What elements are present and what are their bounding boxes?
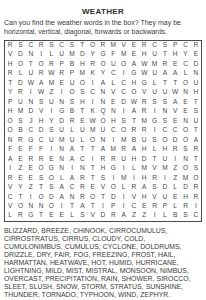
grid-cell: C (129, 202, 139, 211)
grid-cell: D (118, 97, 128, 106)
grid-cell: Z (15, 164, 25, 173)
grid-cell: T (36, 183, 46, 192)
grid-cell: I (88, 97, 98, 106)
grid-cell: N (67, 192, 77, 201)
grid-cell: U (46, 135, 56, 144)
grid-cell: C (180, 41, 190, 50)
grid-cell: I (170, 154, 180, 163)
grid-cell: W (88, 116, 98, 125)
grid-cell: H (139, 50, 149, 59)
grid-cell: U (46, 97, 56, 106)
grid-cell: R (191, 192, 201, 201)
grid-cell: Y (46, 116, 56, 125)
grid-cell: H (77, 97, 87, 106)
grid-cell: O (108, 183, 118, 192)
grid-cell: I (67, 164, 77, 173)
grid-cell: I (46, 107, 56, 116)
grid-cell: E (170, 59, 180, 68)
grid-cell: C (26, 126, 36, 135)
grid-cell: U (149, 50, 159, 59)
grid-cell: R (67, 116, 77, 125)
puzzle-page: WEATHER Can you find the weather words i… (0, 0, 206, 300)
grid-cell: D (180, 183, 190, 192)
grid-cell: T (88, 164, 98, 173)
grid-cell: B (67, 59, 77, 68)
grid-cell: P (160, 202, 170, 211)
grid-cell: O (129, 88, 139, 97)
grid-cell: M (118, 135, 128, 144)
grid-cell: I (36, 50, 46, 59)
grid-cell: R (77, 173, 87, 182)
grid-cell: O (5, 116, 15, 125)
grid-cell: V (108, 88, 118, 97)
grid-cell: D (108, 192, 118, 201)
grid-cell: H (139, 192, 149, 201)
grid-cell: M (77, 69, 87, 78)
grid-cell: S (180, 211, 190, 220)
grid-cell: R (118, 145, 128, 154)
grid-cell: O (118, 126, 128, 135)
grid-cell: V (118, 41, 128, 50)
grid-cell: O (77, 78, 87, 87)
grid-cell: Z (46, 88, 56, 97)
grid-cell: O (118, 59, 128, 68)
grid-cell: R (108, 211, 118, 220)
grid-cell: O (98, 59, 108, 68)
grid-cell: V (170, 107, 180, 116)
grid-cell: G (149, 116, 159, 125)
grid-cell: V (149, 192, 159, 201)
grid-cell: W (26, 78, 36, 87)
grid-cell: I (57, 88, 67, 97)
grid-cell: H (129, 154, 139, 163)
grid-cell: H (5, 59, 15, 68)
grid-cell: G (108, 164, 118, 173)
grid-cell: I (149, 107, 159, 116)
grid-cell: Z (170, 173, 180, 182)
grid-cell: U (98, 126, 108, 135)
grid-cell: G (46, 164, 56, 173)
grid-cell: L (5, 211, 15, 220)
grid-cell: N (36, 202, 46, 211)
grid-cell: T (88, 173, 98, 182)
grid-cell: N (26, 50, 36, 59)
grid-cell: D (98, 211, 108, 220)
grid-cell: N (191, 69, 201, 78)
grid-cell: D (15, 50, 25, 59)
grid-cell: V (88, 211, 98, 220)
grid-cell: S (46, 183, 56, 192)
grid-cell: O (15, 59, 25, 68)
grid-cell: R (77, 192, 87, 201)
grid-cell: T (36, 211, 46, 220)
grid-cell: M (108, 145, 118, 154)
grid-cell: M (149, 59, 159, 68)
grid-cell: D (15, 78, 25, 87)
grid-cell: U (160, 88, 170, 97)
grid-cell: Z (170, 164, 180, 173)
grid-cell: H (191, 88, 201, 97)
grid-cell: A (170, 97, 180, 106)
grid-cell: U (191, 78, 201, 87)
grid-cell: I (118, 107, 128, 116)
grid-cell: N (108, 107, 118, 116)
grid-cell: T (77, 107, 87, 116)
grid-cell: H (108, 116, 118, 125)
grid-cell: J (26, 116, 36, 125)
grid-cell: B (170, 211, 180, 220)
grid-cell: M (180, 173, 190, 182)
grid-cell: I (26, 192, 36, 201)
word-list: BLIZZARD, BREEZE, CHINOOK, CIRROCUMULUS,… (4, 227, 204, 299)
grid-cell: Z (139, 211, 149, 220)
grid-cell: H (5, 107, 15, 116)
grid-cell: E (57, 211, 67, 220)
grid-cell: R (191, 183, 201, 192)
grid-cell: O (36, 59, 46, 68)
grid-cell: N (57, 97, 67, 106)
grid-cell: C (160, 126, 170, 135)
grid-cell: C (108, 126, 118, 135)
grid-cell: D (191, 59, 201, 68)
grid-cell: M (118, 173, 128, 182)
grid-cell: T (26, 59, 36, 68)
grid-cell: L (180, 69, 190, 78)
grid-cell: C (36, 135, 46, 144)
grid-cell: T (191, 126, 201, 135)
grid-cell: O (191, 173, 201, 182)
grid-cell: R (88, 59, 98, 68)
grid-cell: P (57, 59, 67, 68)
grid-cell: V (5, 50, 15, 59)
grid-cell: R (160, 59, 170, 68)
grid-cell: S (36, 173, 46, 182)
grid-cell: C (180, 59, 190, 68)
grid-cell: C (191, 211, 201, 220)
grid-cell: N (77, 164, 87, 173)
grid-cell: U (15, 97, 25, 106)
grid-cell: A (191, 135, 201, 144)
grid-cell: R (77, 183, 87, 192)
grid-cell: R (191, 145, 201, 154)
grid-cell: M (46, 78, 56, 87)
grid-cell: S (149, 97, 159, 106)
grid-cell: O (46, 173, 56, 182)
grid-cell: T (160, 50, 170, 59)
grid-cell: P (108, 202, 118, 211)
grid-cell: A (129, 59, 139, 68)
grid-cell: V (36, 107, 46, 116)
grid-cell: F (108, 50, 118, 59)
grid-cell: I (118, 69, 128, 78)
grid-cell: A (67, 145, 77, 154)
grid-cell: H (77, 59, 87, 68)
grid-cell: Y (88, 50, 98, 59)
grid-cell: R (98, 154, 108, 163)
grid-cell: U (67, 135, 77, 144)
grid-cell: D (139, 154, 149, 163)
grid-cell: D (57, 116, 67, 125)
grid-cell: T (129, 116, 139, 125)
grid-cell: D (26, 107, 36, 116)
grid-cell: R (149, 202, 159, 211)
grid-cell: E (15, 145, 25, 154)
grid-cell: N (98, 97, 108, 106)
grid-cell: R (36, 154, 46, 163)
grid-cell: C (108, 69, 118, 78)
grid-cell: S (118, 116, 128, 125)
grid-cell: L (67, 126, 77, 135)
grid-cell: V (5, 202, 15, 211)
grid-cell: Z (129, 211, 139, 220)
grid-cell: C (57, 41, 67, 50)
grid-cell: N (98, 135, 108, 144)
grid-cell: M (67, 50, 77, 59)
grid-cell: S (15, 41, 25, 50)
grid-cell: F (36, 145, 46, 154)
grid-cell: C (5, 192, 15, 201)
grid-cell: T (88, 202, 98, 211)
grid-cell: S (191, 164, 201, 173)
grid-cell: F (5, 145, 15, 154)
grid-cell: W (36, 88, 46, 97)
grid-cell: A (160, 69, 170, 78)
grid-cell: U (118, 154, 128, 163)
grid-cell: L (129, 164, 139, 173)
grid-cell: Q (98, 107, 108, 116)
grid-cell: R (36, 41, 46, 50)
grid-cell: I (149, 211, 159, 220)
grid-cell: I (191, 202, 201, 211)
grid-cell: T (77, 145, 87, 154)
grid-cell: N (26, 97, 36, 106)
grid-cell: L (170, 202, 180, 211)
grid-cell: C (88, 88, 98, 97)
grid-cell: S (98, 173, 108, 182)
grid-cell: I (108, 135, 118, 144)
grid-cell: L (170, 183, 180, 192)
grid-cell: O (180, 135, 190, 144)
grid-cell: T (170, 78, 180, 87)
grid-cell: U (160, 154, 170, 163)
grid-cell: N (57, 145, 67, 154)
puzzle-instructions: Can you find the weather words in the bo… (4, 19, 204, 37)
grid-cell: Z (26, 183, 36, 192)
grid-cell: C (118, 88, 128, 97)
grid-cell: B (15, 126, 25, 135)
grid-cell: G (26, 135, 36, 144)
grid-cell: U (67, 78, 77, 87)
grid-cell: L (67, 211, 77, 220)
grid-cell: S (149, 183, 159, 192)
grid-cell: S (160, 97, 170, 106)
grid-cell: S (36, 97, 46, 106)
grid-cell: T (77, 41, 87, 50)
grid-cell: O (180, 78, 190, 87)
grid-cell: G (139, 78, 149, 87)
grid-cell: G (26, 211, 36, 220)
grid-cell: D (160, 183, 170, 192)
grid-cell: M (57, 135, 67, 144)
grid-cell: U (57, 50, 67, 59)
grid-cell: W (170, 88, 180, 97)
grid-cell: G (57, 107, 67, 116)
grid-cell: S (46, 41, 56, 50)
grid-cell: L (57, 173, 67, 182)
grid-cell: I (129, 173, 139, 182)
grid-cell: U (139, 135, 149, 144)
grid-cell: L (15, 69, 25, 78)
grid-cell: E (170, 192, 180, 201)
grid-cell: P (170, 41, 180, 50)
word-search-grid: RSCRSCSTORMVERCSPCRVDNILUMDYGFMEHUTHYEHO… (4, 40, 202, 222)
grid-cell: B (129, 135, 139, 144)
grid-cell: R (26, 154, 36, 163)
grid-cell: I (149, 126, 159, 135)
grid-cell: G (98, 50, 108, 59)
grid-cell: W (139, 69, 149, 78)
grid-cell: C (26, 41, 36, 50)
grid-cell: S (15, 116, 25, 125)
grid-cell: K (88, 69, 98, 78)
grid-cell: E (57, 78, 67, 87)
grid-cell: I (118, 192, 128, 201)
grid-cell: S (77, 211, 87, 220)
grid-cell: H (139, 145, 149, 154)
grid-cell: O (88, 192, 98, 201)
grid-cell: E (191, 50, 201, 59)
grid-cell: L (108, 78, 118, 87)
grid-cell: N (180, 116, 190, 125)
grid-cell: A (67, 154, 77, 163)
grid-cell: H (160, 145, 170, 154)
grid-cell: O (67, 88, 77, 97)
grid-cell: A (77, 202, 87, 211)
grid-cell: E (129, 41, 139, 50)
grid-cell: C (149, 41, 159, 50)
grid-cell: R (5, 173, 15, 182)
grid-cell: T (191, 154, 201, 163)
grid-cell: I (98, 202, 108, 211)
grid-cell: A (129, 145, 139, 154)
grid-cell: I (57, 202, 67, 211)
grid-cell: A (57, 192, 67, 201)
grid-cell: I (108, 173, 118, 182)
grid-cell: E (26, 173, 36, 182)
grid-cell: C (118, 78, 128, 87)
grid-cell: R (139, 107, 149, 116)
grid-cell: A (170, 69, 180, 78)
grid-cell: U (26, 69, 36, 78)
grid-cell: O (88, 41, 98, 50)
grid-cell: R (57, 69, 67, 78)
grid-cell: M (15, 107, 25, 116)
grid-cell: I (118, 164, 128, 173)
grid-cell: O (5, 126, 15, 135)
grid-cell: R (149, 173, 159, 182)
grid-cell: A (67, 173, 77, 182)
grid-cell: E (180, 97, 190, 106)
grid-cell: B (67, 107, 77, 116)
grid-cell: R (139, 126, 149, 135)
grid-cell: L (160, 211, 170, 220)
grid-cell: N (26, 202, 36, 211)
grid-cell: V (139, 88, 149, 97)
grid-cell: E (170, 116, 180, 125)
grid-cell: R (139, 41, 149, 50)
grid-cell: W (46, 69, 56, 78)
grid-cell: Y (98, 69, 108, 78)
grid-cell: S (191, 107, 201, 116)
grid-cell: S (180, 145, 190, 154)
grid-cell: O (36, 164, 46, 173)
grid-cell: N (5, 135, 15, 144)
grid-cell: H (139, 173, 149, 182)
grid-cell: G (129, 69, 139, 78)
grid-cell: M (88, 126, 98, 135)
grid-cell: O (46, 202, 56, 211)
grid-cell: S (67, 97, 77, 106)
grid-cell: R (15, 211, 25, 220)
grid-cell: T (67, 202, 77, 211)
grid-cell: E (129, 50, 139, 59)
grid-cell: I (160, 173, 170, 182)
grid-cell: R (180, 202, 190, 211)
grid-cell: U (149, 69, 159, 78)
puzzle-title: WEATHER (0, 7, 206, 16)
grid-cell: E (88, 183, 98, 192)
grid-cell: V (149, 164, 159, 173)
grid-cell: H (129, 78, 139, 87)
grid-cell: N (98, 88, 108, 97)
grid-cell: V (5, 183, 15, 192)
grid-cell: L (118, 183, 128, 192)
grid-cell: T (98, 192, 108, 201)
grid-cell: A (5, 154, 15, 163)
grid-cell: U (160, 192, 170, 201)
grid-cell: I (118, 202, 128, 211)
grid-cell: H (170, 50, 180, 59)
grid-cell: E (46, 211, 56, 220)
grid-cell: U (77, 126, 87, 135)
grid-cell: D (170, 135, 180, 144)
grid-cell: R (5, 69, 15, 78)
grid-cell: U (108, 59, 118, 68)
grid-cell: E (26, 164, 36, 173)
grid-cell: S (77, 88, 87, 97)
grid-cell: S (67, 41, 77, 50)
grid-cell: U (149, 88, 159, 97)
grid-cell: M (108, 41, 118, 50)
grid-cell: E (108, 97, 118, 106)
grid-cell: I (26, 88, 36, 97)
grid-cell: V (129, 192, 139, 201)
grid-cell: N (180, 154, 190, 163)
grid-cell: N (57, 164, 67, 173)
grid-cell: U (57, 126, 67, 135)
grid-cell: N (180, 88, 190, 97)
grid-cell: A (118, 211, 128, 220)
grid-cell: D (77, 50, 87, 59)
grid-cell: C (67, 183, 77, 192)
grid-cell: P (5, 97, 15, 106)
grid-cell: F (26, 145, 36, 154)
grid-cell: C (170, 126, 180, 135)
grid-cell: E (77, 116, 87, 125)
grid-cell: U (191, 116, 201, 125)
grid-cell: D (36, 126, 46, 135)
grid-cell: P (67, 69, 77, 78)
